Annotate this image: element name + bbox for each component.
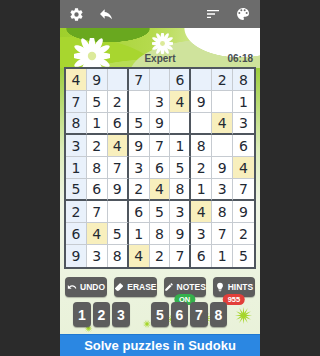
- numpad-key-7[interactable]: 7: [190, 302, 208, 327]
- settings-gear-icon[interactable]: [69, 7, 84, 22]
- cell-r4c7[interactable]: 8: [191, 135, 212, 157]
- cell-r8c1[interactable]: 6: [66, 223, 87, 245]
- cell-r1c7[interactable]: [191, 69, 212, 91]
- cell-r7c7[interactable]: 4: [191, 201, 212, 223]
- cell-r5c6[interactable]: 5: [170, 157, 191, 179]
- cell-r6c4[interactable]: 2: [129, 179, 150, 201]
- cell-r3c7[interactable]: [191, 113, 212, 135]
- numpad-key-1[interactable]: 1: [73, 302, 91, 327]
- cell-r4c8[interactable]: [212, 135, 233, 157]
- hints-button[interactable]: HINTS 955: [213, 277, 255, 297]
- cell-r3c5[interactable]: 9: [150, 113, 171, 135]
- cell-r8c5[interactable]: 8: [150, 223, 171, 245]
- back-arrow-icon[interactable]: [98, 6, 114, 22]
- cell-r4c3[interactable]: 4: [108, 135, 129, 157]
- cell-r1c9[interactable]: 8: [233, 69, 254, 91]
- background-right-strip: [256, 68, 260, 248]
- cell-r6c3[interactable]: 9: [108, 179, 129, 201]
- cell-r2c1[interactable]: 7: [66, 91, 87, 113]
- cell-r3c6[interactable]: [170, 113, 191, 135]
- cell-r5c1[interactable]: 1: [66, 157, 87, 179]
- cell-r9c7[interactable]: 6: [191, 245, 212, 267]
- cell-r7c1[interactable]: 2: [66, 201, 87, 223]
- cell-r4c6[interactable]: 1: [170, 135, 191, 157]
- cell-r2c4[interactable]: [129, 91, 150, 113]
- palette-icon[interactable]: [235, 6, 251, 22]
- cell-r4c5[interactable]: 7: [150, 135, 171, 157]
- undo-icon: [67, 282, 77, 292]
- cell-r2c2[interactable]: 5: [87, 91, 108, 113]
- cell-r6c2[interactable]: 6: [87, 179, 108, 201]
- cell-r8c4[interactable]: 1: [129, 223, 150, 245]
- cell-r4c2[interactable]: 2: [87, 135, 108, 157]
- cell-r3c9[interactable]: 3: [233, 113, 254, 135]
- erase-button[interactable]: ERASE: [114, 277, 156, 297]
- cell-r9c1[interactable]: 9: [66, 245, 87, 267]
- cell-r7c4[interactable]: 6: [129, 201, 150, 223]
- cell-r7c8[interactable]: 8: [212, 201, 233, 223]
- cell-r4c9[interactable]: 6: [233, 135, 254, 157]
- notes-button[interactable]: NOTES ON: [164, 277, 206, 297]
- cell-r4c4[interactable]: 9: [129, 135, 150, 157]
- cell-r9c9[interactable]: 5: [233, 245, 254, 267]
- bulb-icon: [215, 282, 225, 292]
- cell-r2c8[interactable]: [212, 91, 233, 113]
- ad-banner-text: Solve puzzles in Sudoku: [84, 338, 236, 353]
- action-bar: UNDO ERASE NOTES ON HINTS 955: [65, 277, 255, 297]
- cell-r6c9[interactable]: 7: [233, 179, 254, 201]
- cell-r1c3[interactable]: [108, 69, 129, 91]
- undo-button[interactable]: UNDO: [65, 277, 107, 297]
- cell-r8c7[interactable]: 3: [191, 223, 212, 245]
- cell-r9c3[interactable]: 8: [108, 245, 129, 267]
- cell-r7c5[interactable]: 5: [150, 201, 171, 223]
- sudoku-board: 4976287523491816594332497186187365294569…: [64, 67, 256, 269]
- cell-r2c7[interactable]: 9: [191, 91, 212, 113]
- daisy-flower-decoration: [152, 33, 173, 54]
- cell-r7c6[interactable]: 3: [170, 201, 191, 223]
- cell-r8c2[interactable]: 4: [87, 223, 108, 245]
- cell-r8c9[interactable]: 2: [233, 223, 254, 245]
- cell-r8c3[interactable]: 5: [108, 223, 129, 245]
- cell-r5c8[interactable]: 9: [212, 157, 233, 179]
- cell-r3c8[interactable]: 4: [212, 113, 233, 135]
- cell-r5c7[interactable]: 2: [191, 157, 212, 179]
- cell-r3c1[interactable]: 8: [66, 113, 87, 135]
- sudoku-app-screen: Expert 06:18 497628752349181659433249718…: [60, 0, 260, 356]
- cell-r2c5[interactable]: 3: [150, 91, 171, 113]
- cell-r5c5[interactable]: 6: [150, 157, 171, 179]
- pencil-icon: [164, 282, 174, 292]
- cell-r6c7[interactable]: 1: [191, 179, 212, 201]
- cell-r7c3[interactable]: [108, 201, 129, 223]
- cell-r8c8[interactable]: 7: [212, 223, 233, 245]
- cell-r2c3[interactable]: 2: [108, 91, 129, 113]
- toolbar: [60, 0, 260, 28]
- number-pad: 1235678: [60, 302, 260, 327]
- hints-label: HINTS: [228, 282, 254, 292]
- cell-r6c6[interactable]: 8: [170, 179, 191, 201]
- eraser-icon: [114, 282, 124, 292]
- cell-r9c5[interactable]: 2: [150, 245, 171, 267]
- cell-r8c6[interactable]: 9: [170, 223, 191, 245]
- ad-banner[interactable]: Solve puzzles in Sudoku: [60, 334, 260, 356]
- numpad-key-8[interactable]: 8: [210, 302, 228, 327]
- cell-r1c8[interactable]: 2: [212, 69, 233, 91]
- cell-r1c5[interactable]: [150, 69, 171, 91]
- sort-menu-icon[interactable]: [205, 6, 221, 22]
- cell-r5c9[interactable]: 4: [233, 157, 254, 179]
- cell-r9c2[interactable]: 3: [87, 245, 108, 267]
- cell-r3c4[interactable]: 5: [129, 113, 150, 135]
- erase-label: ERASE: [127, 282, 156, 292]
- cell-r6c1[interactable]: 5: [66, 179, 87, 201]
- cell-r1c1[interactable]: 4: [66, 69, 87, 91]
- cell-r1c4[interactable]: 7: [129, 69, 150, 91]
- cell-r5c2[interactable]: 8: [87, 157, 108, 179]
- cell-r9c8[interactable]: 1: [212, 245, 233, 267]
- cell-r4c1[interactable]: 3: [66, 135, 87, 157]
- notes-label: NOTES: [177, 282, 206, 292]
- numpad-key-5[interactable]: 5: [151, 302, 169, 327]
- timer: 06:18: [227, 53, 253, 64]
- cell-r3c3[interactable]: 6: [108, 113, 129, 135]
- cell-r9c4[interactable]: 4: [129, 245, 150, 267]
- cell-r5c4[interactable]: 3: [129, 157, 150, 179]
- cell-r5c3[interactable]: 7: [108, 157, 129, 179]
- numpad-key-6[interactable]: 6: [171, 302, 189, 327]
- cell-r2c6[interactable]: 4: [170, 91, 191, 113]
- cell-r1c6[interactable]: 6: [170, 69, 191, 91]
- cell-r1c2[interactable]: 9: [87, 69, 108, 91]
- cell-r9c6[interactable]: 7: [170, 245, 191, 267]
- cell-r6c5[interactable]: 4: [150, 179, 171, 201]
- cell-r6c8[interactable]: 3: [212, 179, 233, 201]
- cell-r3c2[interactable]: 1: [87, 113, 108, 135]
- numpad-key-2[interactable]: 2: [93, 302, 111, 327]
- cell-r7c9[interactable]: 9: [233, 201, 254, 223]
- undo-label: UNDO: [80, 282, 105, 292]
- cell-r2c9[interactable]: 1: [233, 91, 254, 113]
- numpad-key-3[interactable]: 3: [112, 302, 130, 327]
- cell-r7c2[interactable]: 7: [87, 201, 108, 223]
